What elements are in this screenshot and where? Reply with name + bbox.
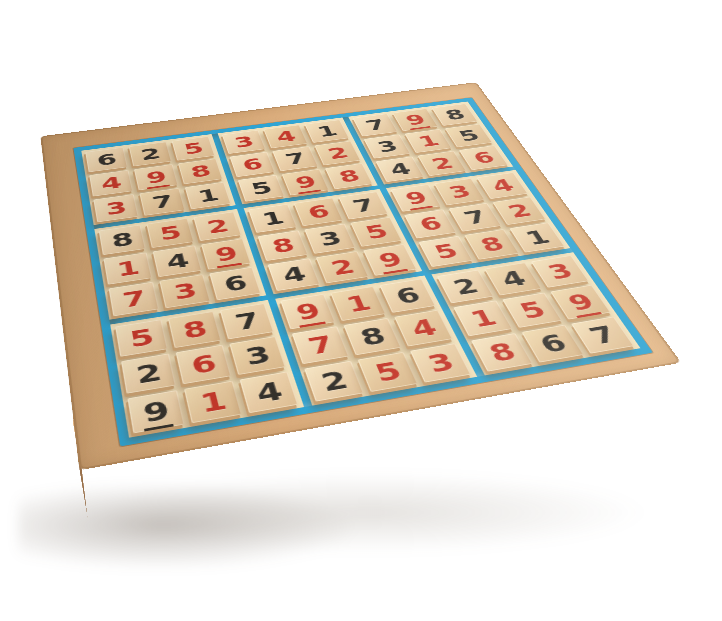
numeral-6-black: 6 (392, 284, 423, 308)
numeral-6-black: 6 (95, 151, 117, 168)
numeral-7-black: 7 (150, 192, 174, 211)
tile-r4c1[interactable]: 8 (99, 225, 146, 255)
tile-r6c2[interactable]: 3 (159, 274, 210, 308)
numeral-3-red: 3 (171, 279, 198, 302)
numeral-9-red: 9 (143, 168, 170, 189)
numeral-6-black: 6 (535, 330, 570, 356)
tile-r8c8[interactable]: 5 (502, 293, 562, 328)
numeral-8-black: 8 (110, 229, 134, 250)
numeral-7-black: 7 (460, 207, 489, 227)
numeral-8-red: 8 (180, 317, 208, 342)
numeral-1-black: 1 (259, 208, 285, 228)
tile-r2c5[interactable]: 7 (272, 146, 318, 171)
numeral-4-red: 4 (100, 174, 123, 192)
tile-r5c4[interactable]: 8 (258, 230, 309, 261)
numeral-4-black: 4 (253, 378, 284, 407)
tile-r3c4[interactable]: 5 (238, 175, 285, 202)
numeral-1-red: 1 (198, 387, 229, 416)
tile-r8c9[interactable]: 9 (550, 285, 611, 320)
numeral-1-black: 1 (521, 227, 552, 248)
tile-r1c9[interactable]: 8 (432, 104, 478, 126)
numeral-2-red: 2 (504, 201, 534, 220)
tile-r6c1[interactable]: 7 (109, 282, 160, 316)
tile-r7c5[interactable]: 1 (330, 286, 386, 321)
numeral-6-red: 6 (305, 202, 332, 222)
numeral-9-red: 9 (400, 188, 433, 210)
numeral-8-black: 8 (442, 107, 468, 122)
tile-r9c1[interactable]: 9 (127, 390, 184, 433)
tile-r2c3[interactable]: 8 (178, 158, 223, 184)
numeral-7-red: 7 (121, 287, 147, 311)
numeral-4-black: 4 (497, 267, 529, 290)
tile-r2c6[interactable]: 2 (314, 141, 360, 166)
numeral-3-red: 3 (445, 182, 473, 201)
numeral-5-red: 5 (128, 325, 155, 351)
numeral-3-black: 3 (316, 228, 344, 249)
numeral-9-red: 9 (561, 290, 602, 318)
numeral-6-red: 6 (416, 214, 445, 234)
tile-r5c2[interactable]: 4 (153, 245, 202, 277)
tile-r4c2[interactable]: 5 (146, 218, 194, 248)
numeral-4-red: 4 (488, 176, 517, 194)
tile-r9c5[interactable]: 5 (358, 352, 419, 392)
numeral-7-black: 7 (232, 309, 261, 334)
tile-r6c4[interactable]: 4 (268, 258, 321, 291)
numeral-2-black: 2 (449, 275, 481, 298)
tile-r1c8[interactable]: 9 (392, 109, 438, 132)
tile-r8c4[interactable]: 7 (292, 326, 349, 364)
tile-r1c1[interactable]: 6 (85, 147, 127, 172)
numeral-5-black: 5 (455, 127, 482, 143)
numeral-7-black: 7 (283, 150, 308, 167)
tile-r1c2[interactable]: 2 (129, 142, 172, 167)
numeral-6-red: 6 (240, 156, 264, 173)
tile-r4c8[interactable]: 3 (434, 178, 485, 205)
numeral-1-red: 1 (115, 257, 140, 279)
numeral-8-red: 8 (189, 162, 213, 180)
tile-r4c7[interactable]: 9 (391, 184, 442, 211)
tile-r6c5[interactable]: 2 (316, 251, 369, 283)
tile-r3c2[interactable]: 7 (139, 188, 185, 216)
tile-r7c4[interactable]: 9 (280, 294, 335, 329)
tile-r6c7[interactable]: 5 (419, 236, 473, 267)
box-2: 341672598 (218, 117, 378, 204)
board-perspective-wrap: 6254983713416725987983154268521497361678… (60, 0, 580, 495)
numeral-5-red: 5 (431, 241, 461, 262)
tile-r5c7[interactable]: 6 (404, 209, 456, 238)
numeral-6-red: 6 (470, 149, 498, 166)
numeral-9-red: 9 (211, 243, 242, 268)
tile-r9c2[interactable]: 1 (184, 381, 242, 423)
tile-r3c8[interactable]: 2 (418, 151, 467, 176)
tile-r3c3[interactable]: 1 (185, 182, 231, 209)
tile-r4c9[interactable]: 4 (477, 172, 529, 199)
tile-r8c5[interactable]: 8 (343, 318, 401, 355)
numeral-3-red: 3 (232, 134, 255, 150)
tile-r9c3[interactable]: 4 (240, 372, 299, 414)
numeral-8-red: 8 (336, 167, 362, 185)
numeral-3-red: 3 (104, 198, 127, 217)
numeral-8-red: 8 (476, 234, 507, 255)
numeral-4-black: 4 (280, 263, 308, 286)
tile-r4c3[interactable]: 2 (193, 212, 241, 241)
tile-r5c5[interactable]: 3 (304, 224, 355, 254)
tile-r3c1[interactable]: 3 (93, 194, 138, 222)
tile-r4c5[interactable]: 6 (294, 198, 344, 226)
tile-r5c9[interactable]: 2 (493, 197, 546, 225)
tile-r5c6[interactable]: 5 (350, 217, 402, 247)
numeral-4-black: 4 (164, 250, 190, 272)
tile-r8c3[interactable]: 3 (229, 336, 285, 375)
numeral-9-red: 9 (401, 112, 431, 130)
numeral-2-red: 2 (428, 155, 455, 172)
numeral-5-red: 5 (371, 358, 404, 386)
tile-r9c8[interactable]: 6 (522, 325, 585, 363)
tile-r3c9[interactable]: 6 (459, 145, 508, 170)
numeral-2-black: 2 (139, 145, 161, 162)
numeral-4-red: 4 (274, 128, 298, 144)
numeral-9-black: 9 (139, 396, 174, 431)
tile-r3c7[interactable]: 4 (376, 156, 425, 182)
tile-r6c9[interactable]: 1 (509, 222, 565, 252)
numeral-9-red: 9 (291, 173, 321, 194)
tile-r1c3[interactable]: 5 (172, 136, 215, 160)
numeral-2-red: 2 (325, 145, 350, 162)
numeral-2-black: 2 (134, 360, 162, 388)
tile-r2c7[interactable]: 3 (364, 134, 411, 158)
tile-r6c8[interactable]: 8 (464, 229, 519, 260)
tile-r2c2[interactable]: 9 (134, 164, 178, 190)
numeral-7-black: 7 (350, 196, 377, 215)
tile-r7c6[interactable]: 6 (379, 279, 435, 313)
numeral-1-red: 1 (343, 291, 373, 315)
tile-r8c7[interactable]: 1 (453, 300, 512, 336)
tile-r5c8[interactable]: 7 (449, 203, 502, 232)
numeral-2-black: 2 (318, 367, 350, 395)
tile-r9c4[interactable]: 2 (304, 361, 364, 402)
tile-r9c9[interactable]: 7 (571, 316, 634, 353)
numeral-1-black: 1 (196, 186, 220, 205)
tile-r8c2[interactable]: 6 (176, 345, 232, 384)
tile-r4c4[interactable]: 1 (248, 204, 297, 233)
tile-r8c1[interactable]: 2 (121, 353, 176, 393)
numeral-3-red: 3 (543, 260, 576, 282)
tile-r2c9[interactable]: 5 (445, 124, 493, 147)
numeral-3-black: 3 (374, 138, 400, 155)
numeral-9-red: 9 (291, 299, 326, 328)
numeral-7-red: 7 (305, 332, 336, 358)
numeral-6-black: 6 (221, 272, 248, 295)
numeral-1-red: 1 (466, 306, 499, 331)
tile-r8c6[interactable]: 4 (394, 310, 453, 347)
numeral-5-black: 5 (249, 179, 274, 197)
numeral-8-black: 8 (356, 324, 388, 350)
numeral-7-black: 7 (363, 117, 388, 133)
numeral-2-red: 2 (328, 256, 357, 278)
tile-r2c4[interactable]: 6 (230, 152, 275, 177)
numeral-1-black: 1 (315, 123, 339, 139)
numeral-9-red: 9 (373, 249, 408, 274)
numeral-8-red: 8 (269, 235, 296, 256)
numeral-3-black: 3 (242, 342, 272, 369)
numeral-5-red: 5 (182, 140, 205, 157)
tile-r1c5[interactable]: 4 (263, 125, 308, 149)
numeral-3-red: 3 (423, 349, 457, 376)
numeral-5-red: 5 (362, 222, 390, 242)
numeral-2-red: 2 (205, 216, 230, 236)
tile-r1c7[interactable]: 7 (352, 114, 397, 137)
tile-r7c9[interactable]: 3 (531, 255, 589, 287)
tile-r2c8[interactable]: 1 (405, 129, 452, 153)
tile-r1c6[interactable]: 1 (304, 120, 349, 143)
tile-r7c3[interactable]: 7 (220, 303, 274, 339)
box-7: 587263914 (110, 300, 304, 438)
tile-r3c6[interactable]: 8 (325, 163, 373, 189)
numeral-1-red: 1 (415, 133, 441, 149)
tile-r6c3[interactable]: 6 (209, 267, 261, 300)
tile-r2c1[interactable]: 4 (89, 170, 133, 196)
numeral-6-red: 6 (189, 351, 218, 378)
product-photo: 6254983713416725987983154268521497361678… (0, 0, 722, 621)
tile-r9c7[interactable]: 8 (471, 333, 533, 372)
tile-r1c4[interactable]: 3 (222, 130, 266, 154)
tile-r6c6[interactable]: 9 (363, 244, 417, 276)
numeral-4-red: 4 (407, 315, 439, 340)
tile-r5c3[interactable]: 9 (201, 238, 251, 269)
numeral-8-red: 8 (485, 339, 520, 366)
box-3: 798315426 (348, 102, 513, 185)
tile-r5c1[interactable]: 1 (103, 252, 152, 284)
tile-r9c6[interactable]: 3 (410, 343, 471, 382)
numeral-4-black: 4 (386, 160, 413, 178)
tile-r7c2[interactable]: 8 (168, 311, 222, 348)
numeral-5-red: 5 (158, 223, 183, 244)
tile-r7c8[interactable]: 4 (484, 262, 542, 295)
tile-r7c1[interactable]: 5 (115, 319, 168, 356)
tile-r3c5[interactable]: 9 (282, 169, 330, 195)
tile-r4c6[interactable]: 7 (338, 192, 388, 220)
numeral-5-red: 5 (515, 298, 549, 322)
tile-r7c7[interactable]: 2 (437, 270, 494, 304)
board-grid: 6254983713416725987983154268521497361678… (73, 97, 653, 446)
